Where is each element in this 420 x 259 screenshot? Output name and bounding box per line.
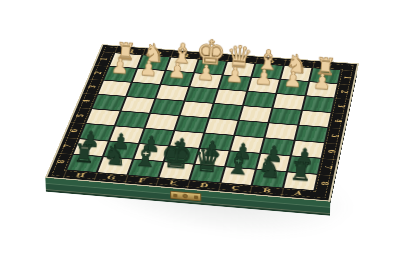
square-h2[interactable]: ♟ [103, 66, 137, 82]
file-label-back-D: D [227, 55, 257, 64]
piece-white-bishop-f1[interactable]: ♝ [169, 40, 195, 69]
coordinate-label: G [143, 48, 173, 57]
square-b3[interactable] [272, 93, 305, 110]
file-label-back-F: F [170, 50, 200, 59]
piece-white-bishop-c1[interactable]: ♝ [255, 46, 281, 75]
square-b1[interactable]: ♞ [280, 66, 312, 82]
coordinate-label: D [228, 55, 257, 64]
square-d1[interactable]: ♛ [223, 61, 256, 77]
file-label-back-B: B [284, 59, 314, 68]
rank-label-left-1: 1 [95, 52, 115, 67]
brass-clasp [170, 191, 201, 202]
coordinate-label: 2 [329, 87, 359, 96]
piece-black-king-e8[interactable]: ♚ [159, 136, 194, 175]
square-d4[interactable] [209, 103, 243, 120]
square-e2[interactable]: ♟ [189, 73, 222, 89]
piece-white-pawn-h2[interactable]: ♟ [110, 56, 129, 78]
square-e1[interactable]: ♚ [194, 59, 227, 75]
rank-label-left-3: 3 [83, 79, 103, 94]
piece-white-queen-d1[interactable]: ♛ [225, 41, 254, 73]
square-d3[interactable] [214, 89, 248, 106]
piece-white-rook-a1[interactable]: ♜ [314, 55, 337, 80]
square-h4[interactable] [91, 94, 126, 111]
piece-white-knight-g1[interactable]: ♞ [142, 40, 166, 67]
square-g4[interactable] [121, 96, 156, 113]
piece-white-pawn-e2[interactable]: ♟ [196, 63, 216, 85]
piece-black-bishop-c8[interactable]: ♝ [224, 149, 252, 180]
coordinate-label: H [115, 46, 145, 55]
square-g3[interactable] [126, 82, 160, 98]
piece-black-rook-h8[interactable]: ♜ [72, 141, 96, 168]
piece-white-rook-h1[interactable]: ♜ [114, 40, 136, 64]
square-f3[interactable] [155, 85, 189, 102]
border-corner [341, 63, 357, 71]
square-h1[interactable]: ♜ [109, 53, 143, 69]
square-a1[interactable]: ♜ [309, 68, 341, 84]
piece-black-bishop-f8[interactable]: ♝ [132, 142, 160, 173]
coordinate-label: E [200, 52, 229, 61]
coordinate-label: 1 [332, 73, 361, 82]
square-f1[interactable]: ♝ [166, 57, 199, 73]
square-e3[interactable] [184, 87, 218, 104]
square-a3[interactable] [302, 96, 335, 113]
square-e4[interactable] [179, 101, 213, 118]
square-a2[interactable]: ♟ [306, 82, 338, 98]
square-e5[interactable] [174, 116, 209, 133]
square-b2[interactable]: ♟ [276, 79, 309, 95]
piece-white-pawn-d2[interactable]: ♟ [225, 65, 245, 87]
piece-white-pawn-f2[interactable]: ♟ [167, 60, 187, 82]
piece-white-pawn-c2[interactable]: ♟ [254, 67, 274, 89]
coordinate-label: 4 [322, 116, 353, 126]
piece-white-pawn-g2[interactable]: ♟ [139, 58, 159, 80]
coordinate-label: 4 [71, 96, 102, 105]
file-label-back-G: G [142, 48, 173, 57]
rank-label-right-1: 1 [338, 70, 355, 85]
piece-black-knight-b8[interactable]: ♞ [256, 154, 282, 183]
rank-label-right-2: 2 [335, 84, 353, 99]
rank-label-left-4: 4 [77, 93, 98, 109]
square-c5[interactable] [234, 120, 268, 138]
square-g1[interactable]: ♞ [137, 55, 170, 71]
square-b4[interactable] [268, 108, 302, 125]
file-label-back-H: H [114, 46, 145, 55]
square-c2[interactable]: ♟ [247, 77, 280, 93]
square-c1[interactable]: ♝ [251, 63, 284, 79]
piece-white-pawn-b2[interactable]: ♟ [283, 69, 303, 91]
coordinate-label: C [256, 57, 285, 66]
coordinate-label: A [313, 61, 342, 70]
coordinate-label: 3 [78, 82, 109, 91]
square-h3[interactable] [97, 80, 131, 96]
piece-white-king-e1[interactable]: ♚ [195, 35, 227, 71]
file-label-back-C: C [255, 57, 285, 66]
file-label-back-E: E [199, 52, 229, 61]
square-d2[interactable]: ♟ [218, 75, 251, 91]
coordinate-label: 1 [90, 55, 120, 64]
rank-label-right-3: 3 [332, 98, 350, 114]
file-label-back-A: A [312, 61, 342, 70]
piece-white-pawn-a2[interactable]: ♟ [312, 71, 332, 93]
border-corner [100, 45, 117, 53]
square-f4[interactable] [150, 99, 184, 116]
piece-black-knight-g8[interactable]: ♞ [102, 141, 128, 170]
piece-white-knight-b1[interactable]: ♞ [284, 50, 308, 77]
chess-set-scene: HGFEDCBA1♜♞♝♚♛♝♞♜12♟♟♟♟♟♟♟♟2334455667♟♟♟… [0, 0, 420, 259]
coordinate-label: B [285, 59, 314, 68]
square-c3[interactable] [243, 91, 276, 108]
rank-label-left-5: 5 [71, 108, 92, 124]
rank-label-left-2: 2 [89, 65, 109, 80]
coordinate-label: F [171, 50, 201, 59]
square-c4[interactable] [239, 106, 273, 123]
square-g2[interactable]: ♟ [132, 68, 166, 84]
square-f2[interactable]: ♟ [160, 71, 194, 87]
piece-black-queen-d8[interactable]: ♛ [192, 143, 223, 178]
coordinate-label: 5 [319, 131, 350, 141]
coordinate-label: 2 [84, 68, 114, 77]
rank-label-right-8: 8 [314, 174, 333, 192]
piece-black-rook-a8[interactable]: ♜ [289, 158, 313, 185]
chess-board: HGFEDCBA1♜♞♝♚♛♝♞♜12♟♟♟♟♟♟♟♟2334455667♟♟♟… [47, 45, 357, 200]
coordinate-label: 3 [326, 101, 356, 111]
